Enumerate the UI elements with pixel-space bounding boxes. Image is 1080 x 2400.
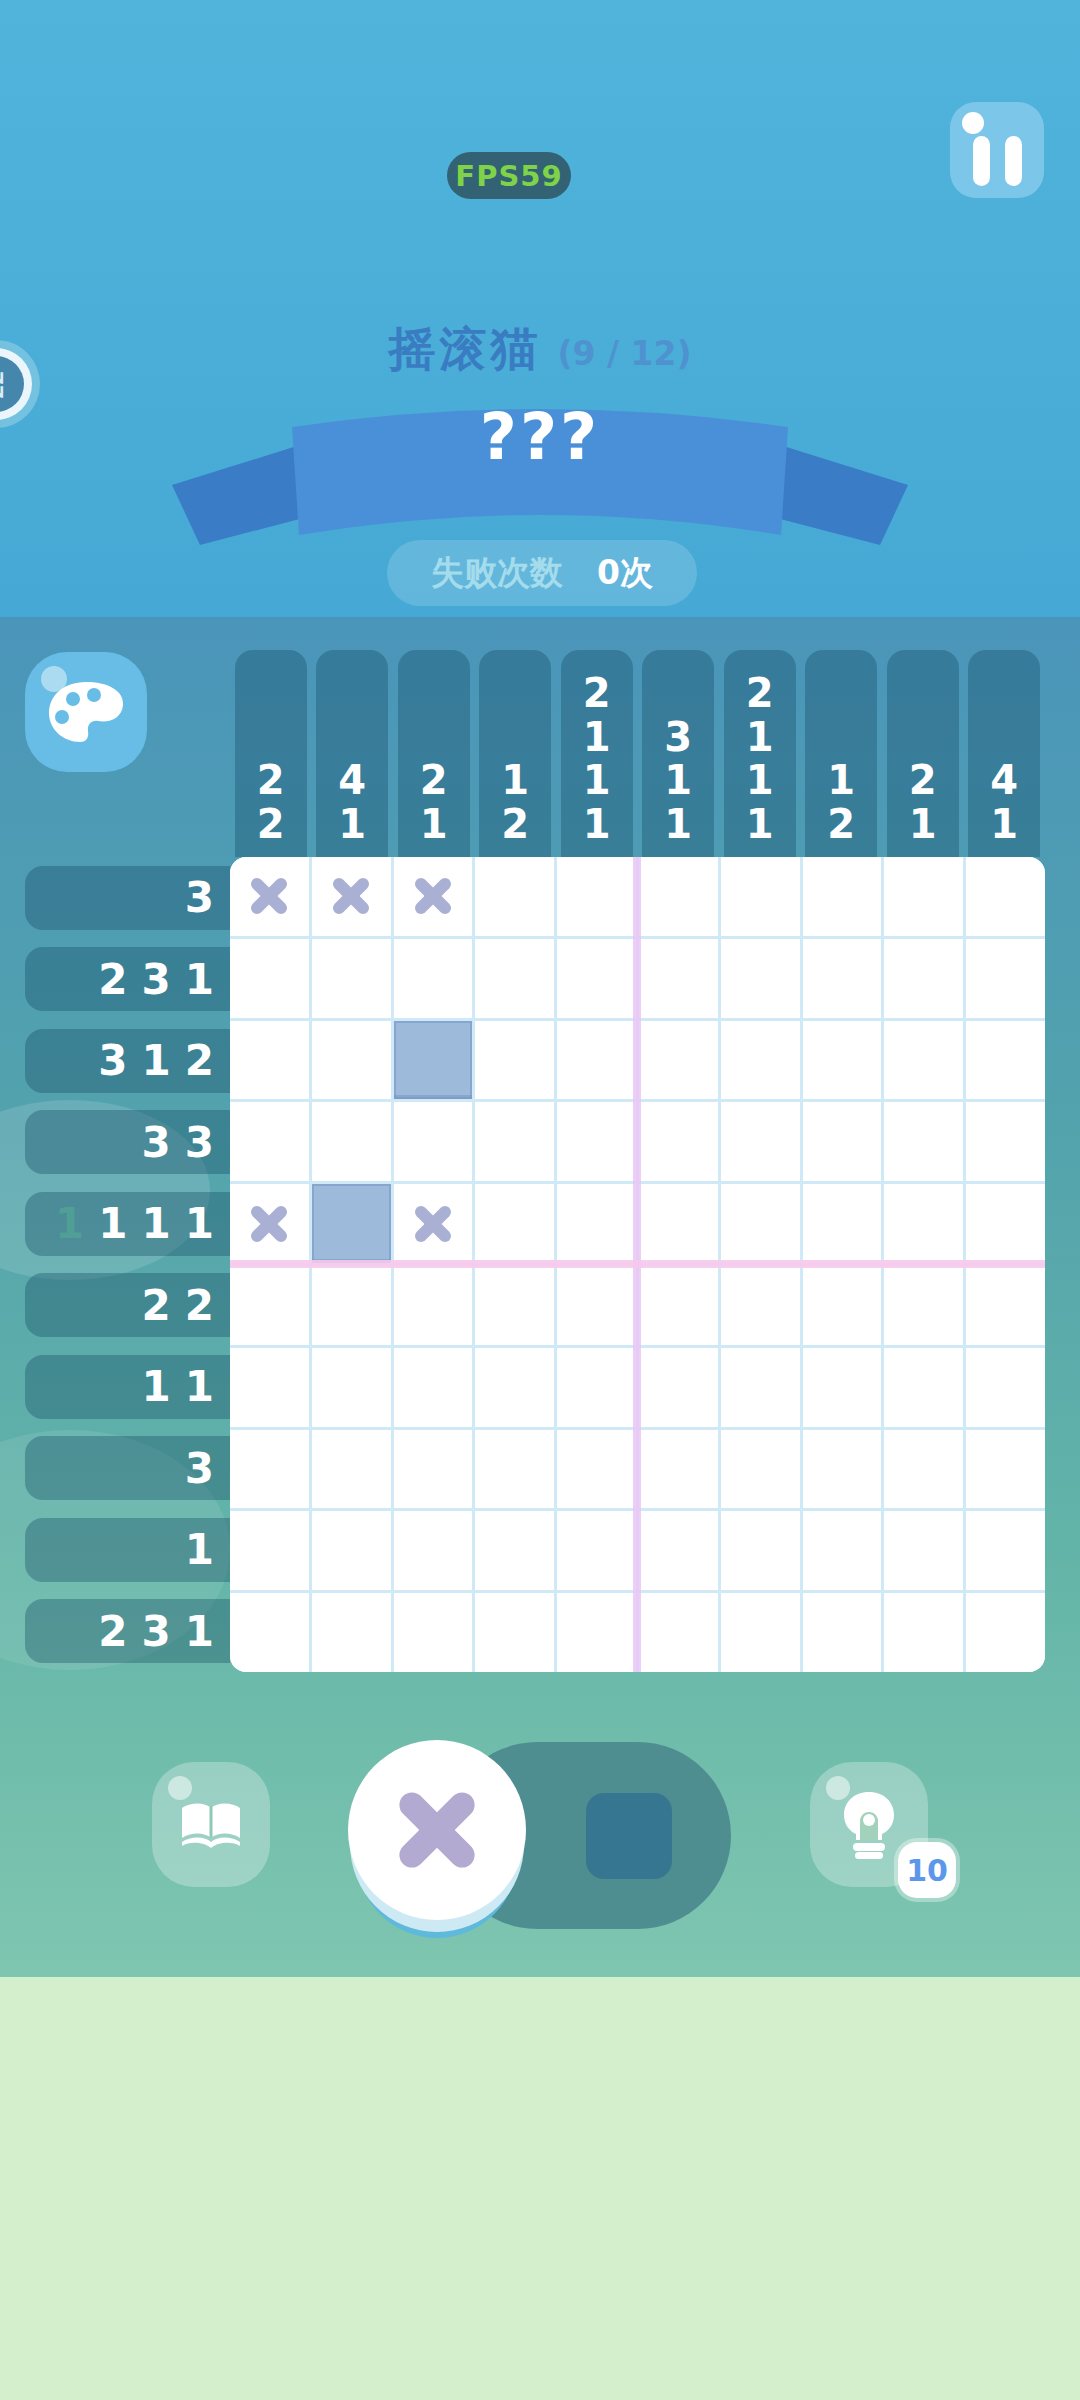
cell-r9c9[interactable] — [884, 1511, 963, 1590]
cell-r2c1[interactable] — [230, 939, 309, 1018]
cell-r1c4[interactable] — [475, 857, 554, 936]
row-clue-5: 1111 — [25, 1192, 230, 1256]
cell-r7c9[interactable] — [884, 1348, 963, 1427]
cell-r9c10[interactable] — [966, 1511, 1045, 1590]
puzzle-name-hidden: ??? — [0, 400, 1080, 474]
cell-r9c6[interactable] — [639, 1511, 718, 1590]
cell-r3c1[interactable] — [230, 1021, 309, 1100]
col-clue-1: 22 — [235, 650, 307, 857]
cell-r5c9[interactable] — [884, 1184, 963, 1263]
cell-r1c7[interactable] — [721, 857, 800, 936]
cell-r6c9[interactable] — [884, 1266, 963, 1345]
cell-r1c9[interactable] — [884, 857, 963, 936]
cell-r2c3[interactable] — [394, 939, 473, 1018]
cell-r4c2[interactable] — [312, 1102, 391, 1181]
row-clue-1: 3 — [25, 866, 230, 930]
cell-r5c4[interactable] — [475, 1184, 554, 1263]
cell-r7c2[interactable] — [312, 1348, 391, 1427]
cell-r4c1[interactable] — [230, 1102, 309, 1181]
row-clue-10: 231 — [25, 1599, 230, 1663]
bottom-background-panel — [0, 1977, 1080, 2400]
cell-r9c3[interactable] — [394, 1511, 473, 1590]
cell-r8c8[interactable] — [803, 1430, 882, 1509]
col-clue-10: 41 — [968, 650, 1040, 857]
hint-count-badge: 10 — [898, 1842, 956, 1898]
puzzle-title-bar: 摇滚猫 (9 / 12) — [0, 318, 1080, 381]
cell-r9c2[interactable] — [312, 1511, 391, 1590]
cell-r3c6[interactable] — [639, 1021, 718, 1100]
fill-tool-button[interactable] — [586, 1793, 672, 1879]
x-mark — [312, 857, 391, 936]
notification-dot — [962, 112, 984, 134]
cell-r6c10[interactable] — [966, 1266, 1045, 1345]
button-highlight — [168, 1776, 192, 1800]
cell-r5c7[interactable] — [721, 1184, 800, 1263]
hint-count: 10 — [906, 1853, 948, 1888]
cell-r10c9[interactable] — [884, 1593, 963, 1672]
cell-r6c7[interactable] — [721, 1266, 800, 1345]
cell-r6c5[interactable] — [557, 1266, 636, 1345]
cell-r10c3[interactable] — [394, 1593, 473, 1672]
x-mark-tool-button[interactable] — [348, 1740, 526, 1920]
cell-r6c3[interactable] — [394, 1266, 473, 1345]
cell-r2c4[interactable] — [475, 939, 554, 1018]
row-clues: 3231312331111221131231 — [25, 857, 230, 1672]
column-clues: 2241211221113112111122141 — [230, 650, 1045, 857]
cell-r8c3[interactable] — [394, 1430, 473, 1509]
row-clue-8: 3 — [25, 1436, 230, 1500]
cell-r5c5[interactable] — [557, 1184, 636, 1263]
cell-r7c7[interactable] — [721, 1348, 800, 1427]
cell-r5c10[interactable] — [966, 1184, 1045, 1263]
cell-r3c4[interactable] — [475, 1021, 554, 1100]
col-clue-3: 21 — [398, 650, 470, 857]
row-clue-4: 33 — [25, 1110, 230, 1174]
page-title: 摇滚猫 — [388, 318, 541, 381]
cell-r10c6[interactable] — [639, 1593, 718, 1672]
cell-r1c3[interactable] — [394, 857, 473, 936]
cell-r10c4[interactable] — [475, 1593, 554, 1672]
cell-r3c7[interactable] — [721, 1021, 800, 1100]
cell-r7c5[interactable] — [557, 1348, 636, 1427]
palette-icon — [47, 680, 125, 746]
cell-r4c5[interactable] — [557, 1102, 636, 1181]
cell-r10c10[interactable] — [966, 1593, 1045, 1672]
cell-r9c4[interactable] — [475, 1511, 554, 1590]
cell-r1c5[interactable] — [557, 857, 636, 936]
cell-r6c8[interactable] — [803, 1266, 882, 1345]
cell-r5c1[interactable] — [230, 1184, 309, 1263]
game-screen: FPS59 ZZ 摇滚猫 (9 / 12) ??? 失败次数 0次 — [0, 0, 1080, 2400]
cell-r9c5[interactable] — [557, 1511, 636, 1590]
cell-r8c9[interactable] — [884, 1430, 963, 1509]
cell-r2c7[interactable] — [721, 939, 800, 1018]
col-clue-2: 41 — [316, 650, 388, 857]
col-clue-4: 12 — [479, 650, 551, 857]
col-clue-7: 2111 — [724, 650, 796, 857]
cell-r3c5[interactable] — [557, 1021, 636, 1100]
cell-r9c8[interactable] — [803, 1511, 882, 1590]
cell-r8c1[interactable] — [230, 1430, 309, 1509]
puzzle-progress: (9 / 12) — [557, 334, 691, 373]
cell-r4c7[interactable] — [721, 1102, 800, 1181]
cell-r1c10[interactable] — [966, 857, 1045, 936]
cell-r4c9[interactable] — [884, 1102, 963, 1181]
col-clue-6: 311 — [642, 650, 714, 857]
pause-icon — [950, 136, 1044, 186]
cell-r1c2[interactable] — [312, 857, 391, 936]
cell-r5c2[interactable] — [312, 1184, 391, 1263]
cell-r6c6[interactable] — [639, 1266, 718, 1345]
cell-r8c4[interactable] — [475, 1430, 554, 1509]
row-clue-7: 11 — [25, 1355, 230, 1419]
cell-r5c6[interactable] — [639, 1184, 718, 1263]
cell-r9c1[interactable] — [230, 1511, 309, 1590]
x-mark — [394, 857, 473, 936]
row-clue-9: 1 — [25, 1518, 230, 1582]
cell-r7c4[interactable] — [475, 1348, 554, 1427]
row-clue-6: 22 — [25, 1273, 230, 1337]
x-mark — [230, 1184, 309, 1263]
cell-r8c10[interactable] — [966, 1430, 1045, 1509]
fps-badge: FPS59 — [447, 152, 571, 199]
cell-r2c5[interactable] — [557, 939, 636, 1018]
rules-book-button[interactable] — [152, 1762, 270, 1887]
cell-r4c3[interactable] — [394, 1102, 473, 1181]
cell-r4c4[interactable] — [475, 1102, 554, 1181]
cell-r5c3[interactable] — [394, 1184, 473, 1263]
cell-r2c9[interactable] — [884, 939, 963, 1018]
palette-button[interactable] — [25, 652, 147, 772]
cell-r10c1[interactable] — [230, 1593, 309, 1672]
cell-r8c5[interactable] — [557, 1430, 636, 1509]
cell-r3c3[interactable] — [394, 1021, 473, 1100]
cell-r7c3[interactable] — [394, 1348, 473, 1427]
col-clue-9: 21 — [887, 650, 959, 857]
cell-r10c8[interactable] — [803, 1593, 882, 1672]
cell-r8c6[interactable] — [639, 1430, 718, 1509]
fps-label: FPS59 — [455, 159, 562, 193]
cell-r3c9[interactable] — [884, 1021, 963, 1100]
pause-button[interactable] — [950, 102, 1044, 198]
cell-r8c2[interactable] — [312, 1430, 391, 1509]
cell-r9c7[interactable] — [721, 1511, 800, 1590]
cell-r3c2[interactable] — [312, 1021, 391, 1100]
col-clue-8: 12 — [805, 650, 877, 857]
cell-r6c2[interactable] — [312, 1266, 391, 1345]
cell-r3c8[interactable] — [803, 1021, 882, 1100]
row-clue-3: 312 — [25, 1029, 230, 1093]
cell-r8c7[interactable] — [721, 1430, 800, 1509]
cell-r2c10[interactable] — [966, 939, 1045, 1018]
book-icon — [178, 1800, 244, 1850]
cell-r2c2[interactable] — [312, 939, 391, 1018]
cell-r7c8[interactable] — [803, 1348, 882, 1427]
cell-r4c8[interactable] — [803, 1102, 882, 1181]
cell-r3c10[interactable] — [966, 1021, 1045, 1100]
cell-r1c8[interactable] — [803, 857, 882, 936]
cell-r6c1[interactable] — [230, 1266, 309, 1345]
horizontal-guide-line — [230, 1260, 1045, 1268]
cell-r7c10[interactable] — [966, 1348, 1045, 1427]
cell-r2c8[interactable] — [803, 939, 882, 1018]
row-clue-2: 231 — [25, 947, 230, 1011]
cell-r1c6[interactable] — [639, 857, 718, 936]
x-mark — [230, 857, 309, 936]
cell-r7c1[interactable] — [230, 1348, 309, 1427]
cell-r10c5[interactable] — [557, 1593, 636, 1672]
fail-counter-label: 失败次数 — [431, 551, 563, 596]
cell-r4c10[interactable] — [966, 1102, 1045, 1181]
x-mark — [394, 1184, 473, 1263]
cell-r10c2[interactable] — [312, 1593, 391, 1672]
cell-r6c4[interactable] — [475, 1266, 554, 1345]
cell-r1c1[interactable] — [230, 857, 309, 936]
col-clue-5: 2111 — [561, 650, 633, 857]
cell-r2c6[interactable] — [639, 939, 718, 1018]
cell-r10c7[interactable] — [721, 1593, 800, 1672]
cell-r7c6[interactable] — [639, 1348, 718, 1427]
fail-counter-value: 0次 — [597, 551, 653, 596]
fail-counter: 失败次数 0次 — [387, 540, 697, 606]
lightbulb-icon — [840, 1790, 898, 1860]
cell-r5c8[interactable] — [803, 1184, 882, 1263]
cell-r4c6[interactable] — [639, 1102, 718, 1181]
